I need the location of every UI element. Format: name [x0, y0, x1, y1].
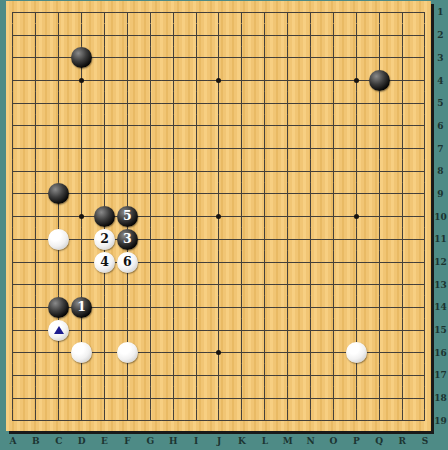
intersection-C16[interactable] [47, 341, 70, 364]
intersection-O17[interactable] [322, 364, 345, 387]
intersection-B2[interactable] [24, 24, 47, 47]
intersection-O1[interactable] [322, 1, 345, 24]
intersection-P13[interactable] [345, 273, 368, 296]
intersection-B9[interactable] [24, 183, 47, 206]
intersection-H16[interactable] [162, 341, 185, 364]
intersection-N19[interactable] [299, 410, 322, 433]
intersection-D6[interactable] [70, 115, 93, 138]
intersection-D16[interactable] [70, 341, 93, 364]
intersection-J7[interactable] [208, 137, 231, 160]
intersection-H14[interactable] [162, 296, 185, 319]
intersection-O7[interactable] [322, 137, 345, 160]
intersection-I17[interactable] [185, 364, 208, 387]
intersection-I2[interactable] [185, 24, 208, 47]
intersection-M13[interactable] [276, 273, 299, 296]
intersection-N10[interactable] [299, 205, 322, 228]
intersection-A19[interactable] [2, 410, 25, 433]
intersection-L9[interactable] [253, 183, 276, 206]
intersection-P7[interactable] [345, 137, 368, 160]
intersection-E7[interactable] [93, 137, 116, 160]
intersection-A9[interactable] [2, 183, 25, 206]
intersection-K7[interactable] [230, 137, 253, 160]
intersection-I12[interactable] [185, 251, 208, 274]
intersection-D8[interactable] [70, 160, 93, 183]
intersection-K2[interactable] [230, 24, 253, 47]
intersection-H6[interactable] [162, 115, 185, 138]
intersection-N6[interactable] [299, 115, 322, 138]
intersection-A12[interactable] [2, 251, 25, 274]
intersection-B17[interactable] [24, 364, 47, 387]
intersection-C2[interactable] [47, 24, 70, 47]
intersection-R10[interactable] [391, 205, 414, 228]
intersection-I11[interactable] [185, 228, 208, 251]
intersection-J16[interactable] [208, 341, 231, 364]
intersection-C9[interactable] [47, 183, 70, 206]
intersection-H13[interactable] [162, 273, 185, 296]
intersection-O14[interactable] [322, 296, 345, 319]
intersection-R13[interactable] [391, 273, 414, 296]
intersection-H5[interactable] [162, 92, 185, 115]
intersection-R6[interactable] [391, 115, 414, 138]
intersection-O12[interactable] [322, 251, 345, 274]
intersection-F2[interactable] [116, 24, 139, 47]
intersection-K15[interactable] [230, 319, 253, 342]
intersection-D1[interactable] [70, 1, 93, 24]
intersection-N4[interactable] [299, 69, 322, 92]
intersection-M8[interactable] [276, 160, 299, 183]
intersection-E10[interactable] [93, 205, 116, 228]
intersection-J8[interactable] [208, 160, 231, 183]
intersection-F1[interactable] [116, 1, 139, 24]
intersection-E19[interactable] [93, 410, 116, 433]
intersection-J10[interactable] [208, 205, 231, 228]
intersection-P9[interactable] [345, 183, 368, 206]
intersection-D12[interactable] [70, 251, 93, 274]
intersection-F11[interactable]: 3 [116, 228, 139, 251]
intersection-N16[interactable] [299, 341, 322, 364]
intersection-M6[interactable] [276, 115, 299, 138]
intersection-J17[interactable] [208, 364, 231, 387]
intersection-R18[interactable] [391, 387, 414, 410]
intersection-P1[interactable] [345, 1, 368, 24]
intersection-A8[interactable] [2, 160, 25, 183]
intersection-Q5[interactable] [368, 92, 391, 115]
intersection-I13[interactable] [185, 273, 208, 296]
intersection-O5[interactable] [322, 92, 345, 115]
intersection-N5[interactable] [299, 92, 322, 115]
intersection-B19[interactable] [24, 410, 47, 433]
intersection-P6[interactable] [345, 115, 368, 138]
intersection-F5[interactable] [116, 92, 139, 115]
intersection-L10[interactable] [253, 205, 276, 228]
intersection-C4[interactable] [47, 69, 70, 92]
intersection-Q13[interactable] [368, 273, 391, 296]
intersection-O15[interactable] [322, 319, 345, 342]
intersection-L3[interactable] [253, 47, 276, 70]
intersection-E11[interactable]: 2 [93, 228, 116, 251]
intersection-D18[interactable] [70, 387, 93, 410]
intersection-A15[interactable] [2, 319, 25, 342]
intersection-G13[interactable] [139, 273, 162, 296]
intersection-G8[interactable] [139, 160, 162, 183]
intersection-O9[interactable] [322, 183, 345, 206]
intersection-J3[interactable] [208, 47, 231, 70]
intersection-P14[interactable] [345, 296, 368, 319]
intersection-N8[interactable] [299, 160, 322, 183]
intersection-B3[interactable] [24, 47, 47, 70]
intersection-K6[interactable] [230, 115, 253, 138]
intersection-R5[interactable] [391, 92, 414, 115]
intersection-C10[interactable] [47, 205, 70, 228]
intersection-B4[interactable] [24, 69, 47, 92]
intersection-B15[interactable] [24, 319, 47, 342]
intersection-K5[interactable] [230, 92, 253, 115]
intersection-O2[interactable] [322, 24, 345, 47]
intersection-L11[interactable] [253, 228, 276, 251]
intersection-K9[interactable] [230, 183, 253, 206]
intersection-G18[interactable] [139, 387, 162, 410]
intersection-E2[interactable] [93, 24, 116, 47]
intersection-B14[interactable] [24, 296, 47, 319]
intersection-B8[interactable] [24, 160, 47, 183]
intersection-R16[interactable] [391, 341, 414, 364]
intersection-D4[interactable] [70, 69, 93, 92]
intersection-O10[interactable] [322, 205, 345, 228]
intersection-I16[interactable] [185, 341, 208, 364]
intersection-K19[interactable] [230, 410, 253, 433]
intersection-C12[interactable] [47, 251, 70, 274]
intersection-N3[interactable] [299, 47, 322, 70]
intersection-P3[interactable] [345, 47, 368, 70]
intersection-E4[interactable] [93, 69, 116, 92]
intersection-B6[interactable] [24, 115, 47, 138]
intersection-G9[interactable] [139, 183, 162, 206]
intersection-P5[interactable] [345, 92, 368, 115]
intersection-L2[interactable] [253, 24, 276, 47]
intersection-A11[interactable] [2, 228, 25, 251]
intersection-R4[interactable] [391, 69, 414, 92]
intersection-Q18[interactable] [368, 387, 391, 410]
intersection-H8[interactable] [162, 160, 185, 183]
intersection-P18[interactable] [345, 387, 368, 410]
intersection-L1[interactable] [253, 1, 276, 24]
intersection-H3[interactable] [162, 47, 185, 70]
intersection-M5[interactable] [276, 92, 299, 115]
intersection-M19[interactable] [276, 410, 299, 433]
intersection-L17[interactable] [253, 364, 276, 387]
intersection-K14[interactable] [230, 296, 253, 319]
intersection-H11[interactable] [162, 228, 185, 251]
intersection-P11[interactable] [345, 228, 368, 251]
intersection-G2[interactable] [139, 24, 162, 47]
intersection-K13[interactable] [230, 273, 253, 296]
intersection-C11[interactable] [47, 228, 70, 251]
intersection-D13[interactable] [70, 273, 93, 296]
intersection-B5[interactable] [24, 92, 47, 115]
intersection-E6[interactable] [93, 115, 116, 138]
intersection-A13[interactable] [2, 273, 25, 296]
intersection-H15[interactable] [162, 319, 185, 342]
intersection-L7[interactable] [253, 137, 276, 160]
intersection-C17[interactable] [47, 364, 70, 387]
intersection-C1[interactable] [47, 1, 70, 24]
intersection-G1[interactable] [139, 1, 162, 24]
intersection-D10[interactable] [70, 205, 93, 228]
intersection-P17[interactable] [345, 364, 368, 387]
intersection-M14[interactable] [276, 296, 299, 319]
intersection-F16[interactable] [116, 341, 139, 364]
intersection-O6[interactable] [322, 115, 345, 138]
intersection-K16[interactable] [230, 341, 253, 364]
intersection-E3[interactable] [93, 47, 116, 70]
intersection-J2[interactable] [208, 24, 231, 47]
intersection-Q9[interactable] [368, 183, 391, 206]
intersection-J11[interactable] [208, 228, 231, 251]
intersection-D11[interactable] [70, 228, 93, 251]
intersection-I8[interactable] [185, 160, 208, 183]
intersection-I7[interactable] [185, 137, 208, 160]
intersection-D7[interactable] [70, 137, 93, 160]
intersection-N18[interactable] [299, 387, 322, 410]
intersection-H12[interactable] [162, 251, 185, 274]
intersection-J1[interactable] [208, 1, 231, 24]
intersection-H2[interactable] [162, 24, 185, 47]
intersection-F12[interactable]: 6 [116, 251, 139, 274]
intersection-P10[interactable] [345, 205, 368, 228]
intersection-Q11[interactable] [368, 228, 391, 251]
intersection-I15[interactable] [185, 319, 208, 342]
intersection-M2[interactable] [276, 24, 299, 47]
intersection-R19[interactable] [391, 410, 414, 433]
intersection-L12[interactable] [253, 251, 276, 274]
intersection-J15[interactable] [208, 319, 231, 342]
intersection-F13[interactable] [116, 273, 139, 296]
intersection-F3[interactable] [116, 47, 139, 70]
intersection-H4[interactable] [162, 69, 185, 92]
intersection-E15[interactable] [93, 319, 116, 342]
intersection-C5[interactable] [47, 92, 70, 115]
intersection-O8[interactable] [322, 160, 345, 183]
intersection-M12[interactable] [276, 251, 299, 274]
intersection-C8[interactable] [47, 160, 70, 183]
intersection-E18[interactable] [93, 387, 116, 410]
intersection-F19[interactable] [116, 410, 139, 433]
intersection-B10[interactable] [24, 205, 47, 228]
intersection-I19[interactable] [185, 410, 208, 433]
intersection-Q16[interactable] [368, 341, 391, 364]
intersection-I1[interactable] [185, 1, 208, 24]
intersection-H18[interactable] [162, 387, 185, 410]
intersection-R11[interactable] [391, 228, 414, 251]
intersection-B7[interactable] [24, 137, 47, 160]
intersection-M3[interactable] [276, 47, 299, 70]
intersection-A14[interactable] [2, 296, 25, 319]
intersection-A16[interactable] [2, 341, 25, 364]
intersection-R2[interactable] [391, 24, 414, 47]
intersection-I14[interactable] [185, 296, 208, 319]
intersection-J13[interactable] [208, 273, 231, 296]
intersection-L19[interactable] [253, 410, 276, 433]
intersection-I5[interactable] [185, 92, 208, 115]
intersection-C14[interactable] [47, 296, 70, 319]
intersection-Q8[interactable] [368, 160, 391, 183]
intersection-C13[interactable] [47, 273, 70, 296]
intersection-A3[interactable] [2, 47, 25, 70]
intersection-P8[interactable] [345, 160, 368, 183]
intersection-D15[interactable] [70, 319, 93, 342]
intersection-G17[interactable] [139, 364, 162, 387]
intersection-L16[interactable] [253, 341, 276, 364]
intersection-G6[interactable] [139, 115, 162, 138]
intersection-C19[interactable] [47, 410, 70, 433]
intersection-J9[interactable] [208, 183, 231, 206]
intersection-N9[interactable] [299, 183, 322, 206]
intersection-H9[interactable] [162, 183, 185, 206]
intersection-G16[interactable] [139, 341, 162, 364]
intersection-G3[interactable] [139, 47, 162, 70]
intersection-K17[interactable] [230, 364, 253, 387]
intersection-R8[interactable] [391, 160, 414, 183]
intersection-D2[interactable] [70, 24, 93, 47]
intersection-Q7[interactable] [368, 137, 391, 160]
intersection-F9[interactable] [116, 183, 139, 206]
intersection-A5[interactable] [2, 92, 25, 115]
intersection-R9[interactable] [391, 183, 414, 206]
intersection-I4[interactable] [185, 69, 208, 92]
intersection-Q14[interactable] [368, 296, 391, 319]
intersection-J12[interactable] [208, 251, 231, 274]
intersection-O19[interactable] [322, 410, 345, 433]
intersection-O18[interactable] [322, 387, 345, 410]
intersection-K12[interactable] [230, 251, 253, 274]
intersection-O16[interactable] [322, 341, 345, 364]
intersection-F18[interactable] [116, 387, 139, 410]
intersection-E1[interactable] [93, 1, 116, 24]
intersection-R12[interactable] [391, 251, 414, 274]
intersection-Q4[interactable] [368, 69, 391, 92]
intersection-K4[interactable] [230, 69, 253, 92]
intersection-Q1[interactable] [368, 1, 391, 24]
intersection-K18[interactable] [230, 387, 253, 410]
intersection-I9[interactable] [185, 183, 208, 206]
intersection-E8[interactable] [93, 160, 116, 183]
intersection-D5[interactable] [70, 92, 93, 115]
intersection-G19[interactable] [139, 410, 162, 433]
intersection-J4[interactable] [208, 69, 231, 92]
intersection-G14[interactable] [139, 296, 162, 319]
intersection-J6[interactable] [208, 115, 231, 138]
intersection-O11[interactable] [322, 228, 345, 251]
intersection-J5[interactable] [208, 92, 231, 115]
intersection-D3[interactable] [70, 47, 93, 70]
intersection-G7[interactable] [139, 137, 162, 160]
intersection-L6[interactable] [253, 115, 276, 138]
intersection-L5[interactable] [253, 92, 276, 115]
intersection-L15[interactable] [253, 319, 276, 342]
intersection-H1[interactable] [162, 1, 185, 24]
intersection-Q19[interactable] [368, 410, 391, 433]
intersection-C15[interactable] [47, 319, 70, 342]
intersection-G5[interactable] [139, 92, 162, 115]
intersection-J19[interactable] [208, 410, 231, 433]
intersection-J18[interactable] [208, 387, 231, 410]
intersection-N2[interactable] [299, 24, 322, 47]
intersection-O13[interactable] [322, 273, 345, 296]
intersection-D17[interactable] [70, 364, 93, 387]
intersection-C3[interactable] [47, 47, 70, 70]
intersection-M15[interactable] [276, 319, 299, 342]
intersection-G15[interactable] [139, 319, 162, 342]
intersection-B18[interactable] [24, 387, 47, 410]
intersection-K11[interactable] [230, 228, 253, 251]
intersection-P15[interactable] [345, 319, 368, 342]
intersection-A7[interactable] [2, 137, 25, 160]
intersection-B16[interactable] [24, 341, 47, 364]
intersection-C7[interactable] [47, 137, 70, 160]
intersection-K10[interactable] [230, 205, 253, 228]
intersection-D9[interactable] [70, 183, 93, 206]
intersection-H17[interactable] [162, 364, 185, 387]
intersection-N14[interactable] [299, 296, 322, 319]
intersection-I10[interactable] [185, 205, 208, 228]
intersection-N15[interactable] [299, 319, 322, 342]
intersection-Q3[interactable] [368, 47, 391, 70]
intersection-K1[interactable] [230, 1, 253, 24]
intersection-N12[interactable] [299, 251, 322, 274]
intersection-P19[interactable] [345, 410, 368, 433]
intersection-Q17[interactable] [368, 364, 391, 387]
intersection-L18[interactable] [253, 387, 276, 410]
intersection-K3[interactable] [230, 47, 253, 70]
intersection-M17[interactable] [276, 364, 299, 387]
intersection-O3[interactable] [322, 47, 345, 70]
intersection-F7[interactable] [116, 137, 139, 160]
intersection-Q12[interactable] [368, 251, 391, 274]
intersection-F14[interactable] [116, 296, 139, 319]
intersection-A2[interactable] [2, 24, 25, 47]
intersection-P2[interactable] [345, 24, 368, 47]
intersection-H10[interactable] [162, 205, 185, 228]
intersection-P4[interactable] [345, 69, 368, 92]
intersection-L4[interactable] [253, 69, 276, 92]
intersection-A4[interactable] [2, 69, 25, 92]
intersection-Q10[interactable] [368, 205, 391, 228]
intersection-Q2[interactable] [368, 24, 391, 47]
intersection-F6[interactable] [116, 115, 139, 138]
intersection-M10[interactable] [276, 205, 299, 228]
intersection-B11[interactable] [24, 228, 47, 251]
intersection-M1[interactable] [276, 1, 299, 24]
intersection-E17[interactable] [93, 364, 116, 387]
intersection-A18[interactable] [2, 387, 25, 410]
intersection-D14[interactable]: 1 [70, 296, 93, 319]
intersection-A17[interactable] [2, 364, 25, 387]
intersection-B12[interactable] [24, 251, 47, 274]
intersection-P12[interactable] [345, 251, 368, 274]
intersection-R7[interactable] [391, 137, 414, 160]
intersection-R17[interactable] [391, 364, 414, 387]
intersection-N13[interactable] [299, 273, 322, 296]
intersection-M11[interactable] [276, 228, 299, 251]
intersection-G4[interactable] [139, 69, 162, 92]
intersection-B13[interactable] [24, 273, 47, 296]
intersection-L13[interactable] [253, 273, 276, 296]
intersection-R14[interactable] [391, 296, 414, 319]
intersection-R3[interactable] [391, 47, 414, 70]
intersection-E9[interactable] [93, 183, 116, 206]
intersection-N17[interactable] [299, 364, 322, 387]
intersection-G10[interactable] [139, 205, 162, 228]
